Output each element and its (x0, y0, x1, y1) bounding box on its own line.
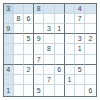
cell-r7c8[interactable]: 5 (75, 65, 85, 75)
cell-r5c1[interactable] (4, 44, 14, 54)
cell-r8c1[interactable] (4, 75, 14, 85)
cell-r6c9[interactable] (85, 55, 95, 65)
cell-r8c6[interactable] (55, 75, 65, 85)
cell-r9c9[interactable]: 6 (85, 85, 95, 95)
cell-r2c2[interactable]: 8 (14, 14, 24, 24)
cell-r3c1[interactable]: 9 (4, 24, 14, 34)
cell-r6c5[interactable] (44, 55, 54, 65)
cell-r5c8[interactable]: 1 (75, 44, 85, 54)
cell-r4c8[interactable]: 3 (75, 34, 85, 44)
cell-r8c7[interactable]: 1 (65, 75, 75, 85)
cell-r8c8[interactable] (75, 75, 85, 85)
cell-r7c9[interactable] (85, 65, 95, 75)
cell-r9c8[interactable] (75, 85, 85, 95)
cell-r4c2[interactable] (14, 34, 24, 44)
cell-r1c6[interactable] (55, 4, 65, 14)
cell-r6c6[interactable] (55, 55, 65, 65)
cell-r5c6[interactable] (55, 44, 65, 54)
cell-r7c3[interactable]: 2 (24, 65, 34, 75)
cell-r1c7[interactable] (65, 4, 75, 14)
cell-r2c9[interactable] (85, 14, 95, 24)
cell-r9c1[interactable]: 1 (4, 85, 14, 95)
cell-r3c3[interactable] (24, 24, 34, 34)
cell-r2c8[interactable]: 7 (75, 14, 85, 24)
cell-r3c4[interactable] (34, 24, 44, 34)
cell-r4c3[interactable]: 5 (24, 34, 34, 44)
cell-r3c2[interactable] (14, 24, 24, 34)
cell-r9c5[interactable] (44, 85, 54, 95)
cell-r7c1[interactable]: 4 (4, 65, 14, 75)
cell-r6c1[interactable] (4, 55, 14, 65)
cell-r1c2[interactable] (14, 4, 24, 14)
cell-r1c8[interactable]: 4 (75, 4, 85, 14)
cell-r3c9[interactable] (85, 24, 95, 34)
cell-r8c9[interactable] (85, 75, 95, 85)
cell-r5c7[interactable] (65, 44, 75, 54)
cell-r1c5[interactable] (44, 4, 54, 14)
cell-r5c5[interactable]: 8 (44, 44, 54, 54)
cell-r7c5[interactable] (44, 65, 54, 75)
cell-r4c7[interactable] (65, 34, 75, 44)
cell-r1c9[interactable] (85, 4, 95, 14)
cell-r4c5[interactable] (44, 34, 54, 44)
cell-r9c7[interactable] (65, 85, 75, 95)
cell-r9c3[interactable] (24, 85, 34, 95)
cell-r3c5[interactable]: 3 (44, 24, 54, 34)
cell-r2c5[interactable] (44, 14, 54, 24)
cell-r2c3[interactable]: 6 (24, 14, 34, 24)
cell-r2c1[interactable] (4, 14, 14, 24)
cell-r8c3[interactable] (24, 75, 34, 85)
cell-r2c7[interactable] (65, 14, 75, 24)
cell-r2c6[interactable] (55, 14, 65, 24)
cell-r4c4[interactable]: 9 (34, 34, 44, 44)
cell-r5c9[interactable] (85, 44, 95, 54)
cell-r5c3[interactable] (24, 44, 34, 54)
cell-r8c2[interactable] (14, 75, 24, 85)
cell-r7c4[interactable] (34, 65, 44, 75)
cell-r1c4[interactable]: 8 (34, 4, 44, 14)
cell-r8c5[interactable]: 7 (44, 75, 54, 85)
cell-r9c6[interactable] (55, 85, 65, 95)
cell-r4c9[interactable]: 2 (85, 34, 95, 44)
cell-r3c6[interactable]: 1 (55, 24, 65, 34)
cell-r1c3[interactable] (24, 4, 34, 14)
cell-r9c2[interactable] (14, 85, 24, 95)
sudoku-board: 3848679315932817426571156 (3, 3, 97, 97)
cell-r1c1[interactable]: 3 (4, 4, 14, 14)
cell-r6c7[interactable] (65, 55, 75, 65)
cell-r4c1[interactable] (4, 34, 14, 44)
cell-r3c8[interactable] (75, 24, 85, 34)
cell-r7c7[interactable] (65, 65, 75, 75)
cell-r5c4[interactable] (34, 44, 44, 54)
cell-r3c7[interactable] (65, 24, 75, 34)
cell-r5c2[interactable] (14, 44, 24, 54)
cell-r7c6[interactable]: 6 (55, 65, 65, 75)
cell-r7c2[interactable] (14, 65, 24, 75)
cell-r2c4[interactable] (34, 14, 44, 24)
cell-r6c3[interactable] (24, 55, 34, 65)
cell-r9c4[interactable]: 5 (34, 85, 44, 95)
sudoku-board-wrap: 3848679315932817426571156 (3, 3, 97, 97)
cell-r8c4[interactable] (34, 75, 44, 85)
cell-r4c6[interactable] (55, 34, 65, 44)
cell-r6c8[interactable] (75, 55, 85, 65)
cell-r6c4[interactable]: 7 (34, 55, 44, 65)
cell-r6c2[interactable] (14, 55, 24, 65)
